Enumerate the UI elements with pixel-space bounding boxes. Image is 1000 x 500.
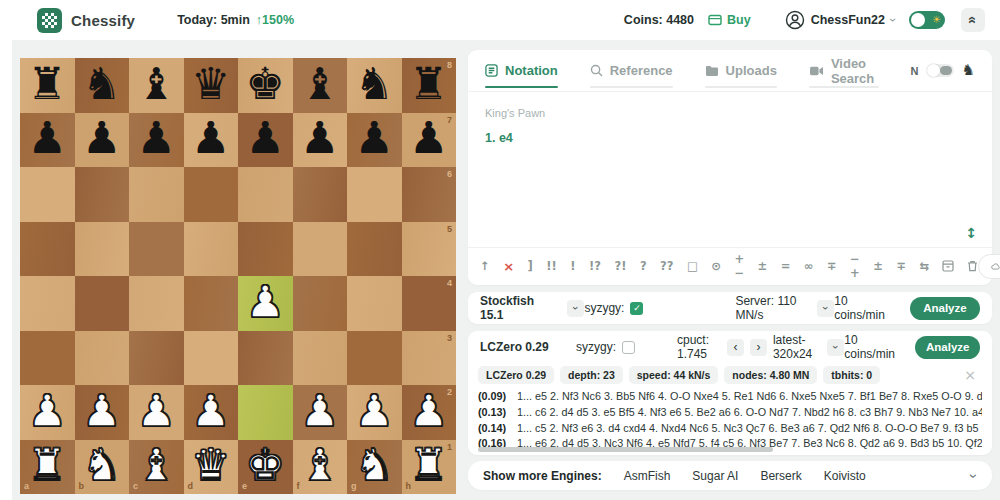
opening-name: King's Pawn (485, 107, 975, 119)
white-piece-b2[interactable]: ♟ (82, 389, 121, 433)
square-h2[interactable]: ♟2 (402, 385, 457, 440)
chess-board: ♜♞♝♛♚♝♞♜8♟♟♟♟♟♟♟♟765♟43♟♟♟♟♟♟♟2♜a♞b♝c♛d♚… (20, 58, 456, 494)
lczero-syzygy-checkbox[interactable] (622, 341, 635, 354)
file-label-h: h (406, 482, 412, 491)
black-piece-f8[interactable]: ♝ (300, 62, 339, 106)
save-pgn-button[interactable]: Save PGN (978, 254, 1000, 279)
sun-icon: ☀ (932, 13, 941, 27)
square-e5[interactable] (238, 222, 293, 277)
square-g7[interactable]: ♟ (347, 113, 402, 168)
tab-notation[interactable]: Notation (485, 50, 558, 91)
square-b6[interactable] (75, 167, 130, 222)
annotation-symbol-6[interactable]: ?! (614, 259, 626, 273)
username: ChessFun22 (811, 13, 885, 27)
letter-notation-label: N (911, 65, 919, 77)
tab-video-search[interactable]: Video Search (809, 50, 879, 91)
square-b3[interactable] (75, 331, 130, 386)
black-piece-f7[interactable]: ♟ (300, 116, 339, 160)
square-b5[interactable] (75, 222, 130, 277)
square-f7[interactable]: ♟ (293, 113, 348, 168)
annotation-symbol-13[interactable]: = (781, 259, 791, 273)
square-f2[interactable]: ♟ (293, 385, 348, 440)
square-d6[interactable] (184, 167, 239, 222)
rank-label-3: 3 (447, 334, 452, 343)
annotation-symbol-3[interactable]: !! (546, 259, 557, 273)
file-label-e: e (242, 482, 247, 491)
annotation-symbol-18[interactable]: ∓ (896, 259, 906, 273)
white-piece-c2[interactable]: ♟ (137, 389, 176, 433)
user-chevron-down-icon: › (886, 18, 900, 22)
black-piece-e7[interactable]: ♟ (246, 116, 285, 160)
square-h8[interactable]: ♜8 (402, 58, 457, 113)
square-c1[interactable]: ♝c (129, 440, 184, 495)
stat-pill-2: speed: 44 kN/s (629, 366, 719, 384)
file-label-b: b (79, 482, 85, 491)
chevron-down-icon: › (830, 345, 842, 349)
horizontal-scrollbar[interactable] (478, 447, 773, 452)
square-b7[interactable]: ♟ (75, 113, 130, 168)
white-piece-a1[interactable]: ♜ (28, 443, 67, 487)
black-piece-d7[interactable]: ♟ (191, 116, 230, 160)
engine-stats-row: LCZero 0.29depth: 23speed: 44 kN/snodes:… (468, 363, 992, 387)
wallet-icon (708, 14, 722, 26)
square-d2[interactable]: ♟ (184, 385, 239, 440)
engine-option-sugar-ai[interactable]: Sugar AI (692, 469, 738, 483)
black-piece-h7[interactable]: ♟ (409, 116, 448, 160)
user-avatar-icon (785, 10, 805, 30)
chessify-logo-icon[interactable] (37, 8, 62, 33)
server-speed-label: Server: 110 MN/s (735, 294, 811, 322)
black-piece-a8[interactable]: ♜ (28, 62, 67, 106)
analysis-line-1[interactable]: (0.13)1... c6 2. d4 d5 3. e5 Bf5 4. Nf3 … (478, 405, 982, 421)
file-label-g: g (351, 482, 357, 491)
line-eval: (0.09) (478, 389, 512, 405)
annotation-symbol-2[interactable]: ] (528, 259, 533, 273)
square-e3[interactable] (238, 331, 293, 386)
square-a5[interactable] (20, 222, 75, 277)
square-a3[interactable] (20, 331, 75, 386)
annotation-symbol-11[interactable]: +− (734, 252, 744, 280)
lczero-engine-card: LCZero 0.29 syzygy: cpuct: 1.745 ‹ › lat… (468, 331, 992, 455)
today-label: Today: 5min (177, 13, 250, 27)
white-piece-b1[interactable]: ♞ (82, 443, 121, 487)
analysis-lines: (0.09)1... e5 2. Nf3 Nc6 3. Bb5 Nf6 4. O… (468, 387, 992, 452)
more-engines-label: Show more Engines: (483, 469, 602, 483)
notation-card: Notation Reference Uploads Video Search … (468, 50, 992, 285)
stockfish-analyze-button[interactable]: Analyze (910, 297, 980, 320)
square-f1[interactable]: ♝f (293, 440, 348, 495)
top-header: Chessify Today: 5min ↑150% Coins: 4480 B… (0, 0, 1000, 40)
square-c4[interactable] (129, 276, 184, 331)
line-moves[interactable]: 1... c6 2. d4 d5 3. e5 Bf5 4. Nf3 e6 5. … (517, 405, 982, 421)
search-icon (590, 64, 603, 77)
square-e6[interactable] (238, 167, 293, 222)
file-label-d: d (188, 482, 194, 491)
white-piece-h1[interactable]: ♜ (409, 443, 448, 487)
file-label-f: f (297, 482, 300, 491)
video-camera-icon (809, 65, 824, 77)
square-e8[interactable]: ♚ (238, 58, 293, 113)
engine-option-asmfish[interactable]: AsmFish (624, 469, 671, 483)
stockfish-syzygy-checkbox[interactable]: ✓ (630, 302, 643, 315)
tab-uploads[interactable]: Uploads (705, 50, 777, 91)
analysis-line-0[interactable]: (0.09)1... e5 2. Nf3 Nc6 3. Bb5 Nf6 4. O… (478, 389, 982, 405)
toggle-knob (911, 13, 925, 27)
notation-body[interactable]: King's Pawn 1. e4 ↕ (468, 92, 992, 247)
engine-option-berserk[interactable]: Berserk (760, 469, 801, 483)
square-d8[interactable]: ♛ (184, 58, 239, 113)
square-f6[interactable] (293, 167, 348, 222)
white-piece-d1[interactable]: ♛ (191, 443, 230, 487)
square-g1[interactable]: ♞g (347, 440, 402, 495)
square-a7[interactable]: ♟ (20, 113, 75, 168)
rank-label-8: 8 (447, 61, 452, 70)
square-a8[interactable]: ♜ (20, 58, 75, 113)
more-engines-card[interactable]: Show more Engines: AsmFishSugar AIBerser… (468, 461, 992, 490)
server-dropdown[interactable]: › (817, 300, 834, 317)
black-piece-c8[interactable]: ♝ (137, 62, 176, 106)
square-f4[interactable] (293, 276, 348, 331)
square-d4[interactable] (184, 276, 239, 331)
annotation-symbol-5[interactable]: !? (589, 259, 601, 273)
coins-balance: Coins: 4480 (624, 13, 694, 27)
white-piece-a2[interactable]: ♟ (28, 389, 67, 433)
square-c5[interactable] (129, 222, 184, 277)
user-menu[interactable]: ChessFun22 › (785, 10, 895, 30)
buy-coins-button[interactable]: Buy (708, 13, 751, 27)
chevron-down-icon: › (820, 306, 832, 310)
black-piece-a7[interactable]: ♟ (28, 116, 67, 160)
vertical-resize-icon[interactable]: ↕ (965, 225, 977, 241)
square-c7[interactable]: ♟ (129, 113, 184, 168)
stat-pill-4: tbhits: 0 (823, 366, 880, 384)
square-h5[interactable]: 5 (402, 222, 457, 277)
square-g8[interactable]: ♞ (347, 58, 402, 113)
today-usage: Today: 5min ↑150% (177, 13, 294, 27)
square-d3[interactable] (184, 331, 239, 386)
annotation-symbol-16[interactable]: −+ (850, 252, 860, 280)
annotation-symbol-19[interactable]: ⇆ (920, 259, 930, 273)
black-piece-d8[interactable]: ♛ (191, 62, 230, 106)
annotation-symbol-12[interactable]: ± (758, 259, 768, 273)
square-f3[interactable] (293, 331, 348, 386)
square-b2[interactable]: ♟ (75, 385, 130, 440)
square-g4[interactable] (347, 276, 402, 331)
square-b1[interactable]: ♞b (75, 440, 130, 495)
annotation-symbol-4[interactable]: ! (570, 259, 575, 273)
square-e2[interactable] (238, 385, 293, 440)
square-h7[interactable]: ♟7 (402, 113, 457, 168)
close-analysis-icon[interactable]: × (964, 367, 976, 383)
figurine-knight-icon: ♞ (962, 63, 975, 78)
white-piece-e4[interactable]: ♟ (246, 280, 285, 324)
lczero-price: 10 coins/min (844, 333, 897, 361)
square-d5[interactable] (184, 222, 239, 277)
annotation-symbol-17[interactable]: ± (873, 259, 883, 273)
annotation-symbol-14[interactable]: ∞ (804, 259, 814, 273)
stat-pill-1: depth: 23 (560, 366, 623, 384)
square-c6[interactable] (129, 167, 184, 222)
white-piece-d2[interactable]: ♟ (191, 389, 230, 433)
white-piece-f1[interactable]: ♝ (300, 443, 339, 487)
network-label: latest-320x24 (773, 333, 821, 361)
square-h4[interactable]: 4 (402, 276, 457, 331)
lczero-name: LCZero 0.29 (480, 340, 549, 354)
square-c8[interactable]: ♝ (129, 58, 184, 113)
black-piece-b8[interactable]: ♞ (82, 62, 121, 106)
stat-pill-3: nodes: 4.80 MN (724, 366, 817, 384)
line-moves[interactable]: 1... c5 2. Nf3 e6 3. d4 cxd4 4. Nxd4 Nc6… (517, 421, 982, 437)
white-piece-f2[interactable]: ♟ (300, 389, 339, 433)
square-a4[interactable] (20, 276, 75, 331)
square-e4[interactable]: ♟ (238, 276, 293, 331)
square-c2[interactable]: ♟ (129, 385, 184, 440)
lczero-analyze-button[interactable]: Analyze (915, 336, 980, 359)
annotation-toolbar: ↑×]!!!!??!???□⊙+−±=∞∓−+±∓⇆ Save PGN (468, 247, 992, 284)
expand-engines-chevron-icon[interactable]: › (967, 473, 983, 478)
square-h6[interactable]: 6 (402, 167, 457, 222)
square-e7[interactable]: ♟ (238, 113, 293, 168)
double-chevron-up-icon: « (965, 16, 981, 24)
folder-icon (705, 65, 719, 77)
cpuct-increase-button[interactable]: › (750, 339, 767, 356)
network-dropdown[interactable]: › (827, 339, 844, 356)
analysis-line-2[interactable]: (0.14)1... c5 2. Nf3 e6 3. d4 cxd4 4. Nx… (478, 421, 982, 437)
syzygy-label: syzygy: (584, 301, 624, 315)
black-piece-h8[interactable]: ♜ (409, 62, 448, 106)
square-c3[interactable] (129, 331, 184, 386)
rank-label-5: 5 (447, 225, 452, 234)
white-piece-h2[interactable]: ♟ (409, 389, 448, 433)
white-piece-e1[interactable]: ♚ (246, 443, 285, 487)
line-moves[interactable]: 1... e5 2. Nf3 Nc6 3. Bb5 Nf6 4. O-O Nxe… (517, 389, 982, 405)
engine-option-koivisto[interactable]: Koivisto (824, 469, 866, 483)
square-e1[interactable]: ♚e (238, 440, 293, 495)
rank-label-6: 6 (447, 170, 452, 179)
square-d1[interactable]: ♛d (184, 440, 239, 495)
white-piece-g2[interactable]: ♟ (355, 389, 394, 433)
trash-icon[interactable] (967, 260, 978, 272)
square-g5[interactable] (347, 222, 402, 277)
move-list[interactable]: 1. e4 (485, 131, 975, 145)
archive-icon[interactable] (942, 260, 954, 272)
chevron-down-icon: › (570, 306, 582, 310)
square-h3[interactable]: 3 (402, 331, 457, 386)
white-piece-g1[interactable]: ♞ (355, 443, 394, 487)
white-piece-c1[interactable]: ♝ (137, 443, 176, 487)
cloud-icon (991, 261, 1000, 272)
stockfish-name: Stockfish 15.1 (480, 294, 560, 322)
cpuct-decrease-button[interactable]: ‹ (727, 339, 744, 356)
square-f5[interactable] (293, 222, 348, 277)
tab-reference[interactable]: Reference (590, 50, 673, 91)
square-a2[interactable]: ♟ (20, 385, 75, 440)
black-piece-g7[interactable]: ♟ (355, 116, 394, 160)
line-eval: (0.14) (478, 421, 512, 437)
file-label-a: a (24, 482, 29, 491)
square-g2[interactable]: ♟ (347, 385, 402, 440)
collapse-header-button[interactable]: « (961, 8, 985, 32)
stockfish-price: 10 coins/min (834, 294, 892, 322)
brand-name: Chessify (71, 12, 135, 29)
square-f8[interactable]: ♝ (293, 58, 348, 113)
square-a1[interactable]: ♜a (20, 440, 75, 495)
annotation-symbol-7[interactable]: ? (640, 259, 647, 273)
black-piece-b7[interactable]: ♟ (82, 116, 121, 160)
square-g3[interactable] (347, 331, 402, 386)
black-piece-g8[interactable]: ♞ (355, 62, 394, 106)
square-a6[interactable] (20, 167, 75, 222)
theme-toggle[interactable]: ☀ (909, 11, 945, 29)
square-b8[interactable]: ♞ (75, 58, 130, 113)
rank-label-7: 7 (447, 116, 452, 125)
square-g6[interactable] (347, 167, 402, 222)
rank-label-4: 4 (447, 279, 452, 288)
annotation-symbol-1[interactable]: × (503, 259, 514, 274)
black-piece-c7[interactable]: ♟ (137, 116, 176, 160)
annotation-symbol-15[interactable]: ∓ (827, 259, 837, 273)
stockfish-engine-card: Stockfish 15.1 › syzygy: ✓ Server: 110 M… (468, 292, 992, 324)
cpuct-label: cpuct: 1.745 (677, 333, 721, 361)
black-piece-e8[interactable]: ♚ (246, 62, 285, 106)
stockfish-version-dropdown[interactable]: › (567, 300, 584, 317)
annotation-symbol-9[interactable]: □ (687, 259, 698, 273)
rank-label-1: 1 (447, 443, 452, 452)
file-label-c: c (133, 482, 138, 491)
today-change: ↑150% (256, 13, 294, 27)
square-d7[interactable]: ♟ (184, 113, 239, 168)
notation-icon (485, 64, 498, 77)
annotation-symbol-10[interactable]: ⊙ (711, 259, 721, 273)
rank-label-2: 2 (447, 388, 452, 397)
square-h1[interactable]: ♜1h (402, 440, 457, 495)
syzygy-label: syzygy: (576, 340, 616, 354)
main-content: ♜♞♝♛♚♝♞♜8♟♟♟♟♟♟♟♟765♟43♟♟♟♟♟♟♟2♜a♞b♝c♛d♚… (12, 40, 1000, 500)
square-b4[interactable] (75, 276, 130, 331)
annotation-symbol-8[interactable]: ?? (660, 259, 673, 273)
toggle-track-dot (927, 64, 940, 77)
figurine-notation-toggle[interactable] (927, 64, 954, 77)
annotation-symbol-0[interactable]: ↑ (480, 259, 490, 273)
tab-bar: Notation Reference Uploads Video Search … (468, 50, 992, 92)
stat-pill-0: LCZero 0.29 (478, 366, 554, 384)
line-eval: (0.13) (478, 405, 512, 421)
toggle-knob (940, 66, 952, 75)
